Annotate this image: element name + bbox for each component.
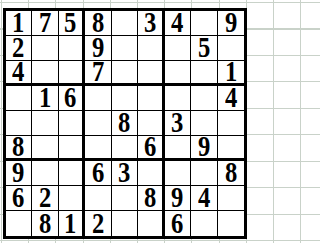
cell-r1c5[interactable] [112, 11, 138, 36]
cell-r7c2[interactable] [32, 161, 58, 186]
cell-digit: 4 [198, 186, 210, 211]
cell-digit: 6 [171, 211, 183, 236]
cell-digit: 8 [92, 11, 104, 36]
cell-digit: 5 [64, 11, 76, 36]
cell-digit: 9 [13, 161, 25, 186]
cell-r3c8[interactable] [191, 61, 217, 86]
cell-digit: 1 [13, 11, 25, 36]
cell-digit: 6 [64, 86, 76, 111]
cell-r6c4[interactable] [85, 136, 111, 161]
cell-r1c4[interactable]: 8 [85, 11, 111, 36]
cell-r2c1[interactable]: 2 [6, 36, 32, 61]
cell-r4c6[interactable] [138, 86, 164, 111]
cell-r6c7[interactable] [165, 136, 191, 161]
cell-r6c2[interactable] [32, 136, 58, 161]
cell-r2c3[interactable] [59, 36, 85, 61]
cell-r9c5[interactable] [112, 211, 138, 236]
cell-r5c9[interactable] [218, 111, 244, 136]
cell-r8c8[interactable]: 4 [191, 186, 217, 211]
cell-r6c1[interactable]: 8 [6, 136, 32, 161]
cell-digit: 2 [92, 211, 104, 236]
cell-r2c2[interactable] [32, 36, 58, 61]
cell-r9c2[interactable]: 8 [32, 211, 58, 236]
cell-r7c8[interactable] [191, 161, 217, 186]
cell-r1c2[interactable]: 7 [32, 11, 58, 36]
cell-r9c1[interactable] [6, 211, 32, 236]
cell-r9c4[interactable]: 2 [85, 211, 111, 236]
cell-r9c6[interactable] [138, 211, 164, 236]
cell-r6c3[interactable] [59, 136, 85, 161]
cell-r3c7[interactable] [165, 61, 191, 86]
cell-r6c8[interactable]: 9 [191, 136, 217, 161]
cell-r4c4[interactable] [85, 86, 111, 111]
cell-r3c4[interactable]: 7 [85, 61, 111, 86]
cell-digit: 9 [92, 36, 104, 61]
cell-r5c7[interactable]: 3 [165, 111, 191, 136]
cell-digit: 3 [144, 11, 156, 36]
sudoku-board: 1758349295471164838699638628948126 [3, 8, 247, 239]
cell-r3c2[interactable] [32, 61, 58, 86]
cell-digit: 3 [118, 161, 130, 186]
cell-r3c1[interactable]: 4 [6, 61, 32, 86]
cell-r7c5[interactable]: 3 [112, 161, 138, 186]
cell-r9c7[interactable]: 6 [165, 211, 191, 236]
cell-digit: 2 [13, 36, 25, 61]
cell-r2c7[interactable] [165, 36, 191, 61]
cell-r5c2[interactable] [32, 111, 58, 136]
cell-digit: 4 [171, 11, 183, 36]
cell-digit: 6 [92, 161, 104, 186]
cell-r3c9[interactable]: 1 [218, 61, 244, 86]
cell-r7c3[interactable] [59, 161, 85, 186]
cell-r6c6[interactable]: 6 [138, 136, 164, 161]
cell-digit: 8 [144, 186, 156, 211]
cell-r4c9[interactable]: 4 [218, 86, 244, 111]
cell-r8c2[interactable]: 2 [32, 186, 58, 211]
cell-r8c3[interactable] [59, 186, 85, 211]
cell-r4c3[interactable]: 6 [59, 86, 85, 111]
cell-digit: 8 [225, 161, 237, 186]
cell-r2c9[interactable] [218, 36, 244, 61]
cell-r7c4[interactable]: 6 [85, 161, 111, 186]
cell-r6c5[interactable] [112, 136, 138, 161]
cell-r2c5[interactable] [112, 36, 138, 61]
cell-r2c4[interactable]: 9 [85, 36, 111, 61]
cell-digit: 8 [118, 111, 130, 136]
cell-r8c6[interactable]: 8 [138, 186, 164, 211]
cell-r9c9[interactable] [218, 211, 244, 236]
cell-digit: 6 [144, 136, 156, 161]
cell-digit: 7 [39, 11, 51, 36]
cell-r1c3[interactable]: 5 [59, 11, 85, 36]
cell-r5c8[interactable] [191, 111, 217, 136]
cell-r7c9[interactable]: 8 [218, 161, 244, 186]
cell-r2c8[interactable]: 5 [191, 36, 217, 61]
cell-r4c5[interactable] [112, 86, 138, 111]
cell-digit: 1 [225, 61, 237, 86]
cell-r3c6[interactable] [138, 61, 164, 86]
cell-digit: 1 [64, 211, 76, 236]
cell-r5c3[interactable] [59, 111, 85, 136]
cell-digit: 4 [13, 61, 25, 86]
cell-digit: 9 [225, 11, 237, 36]
cell-r8c9[interactable] [218, 186, 244, 211]
cell-r4c8[interactable] [191, 86, 217, 111]
cell-digit: 5 [198, 36, 210, 61]
cell-r1c9[interactable]: 9 [218, 11, 244, 36]
cell-digit: 9 [171, 186, 183, 211]
cell-r3c3[interactable] [59, 61, 85, 86]
cell-r9c8[interactable] [191, 211, 217, 236]
cell-r9c3[interactable]: 1 [59, 211, 85, 236]
cell-r1c6[interactable]: 3 [138, 11, 164, 36]
cell-r8c5[interactable] [112, 186, 138, 211]
cell-r7c6[interactable] [138, 161, 164, 186]
cell-r8c4[interactable] [85, 186, 111, 211]
cell-r7c1[interactable]: 9 [6, 161, 32, 186]
cell-r5c6[interactable] [138, 111, 164, 136]
cell-digit: 8 [13, 136, 25, 161]
cell-r1c7[interactable]: 4 [165, 11, 191, 36]
cell-r3c5[interactable] [112, 61, 138, 86]
cell-r6c9[interactable] [218, 136, 244, 161]
cell-r5c1[interactable] [6, 111, 32, 136]
cell-r4c1[interactable] [6, 86, 32, 111]
cell-r2c6[interactable] [138, 36, 164, 61]
cell-r5c5[interactable]: 8 [112, 111, 138, 136]
cell-digit: 7 [92, 61, 104, 86]
cell-digit: 8 [39, 211, 51, 236]
cell-r1c8[interactable] [191, 11, 217, 36]
cell-r4c2[interactable]: 1 [32, 86, 58, 111]
cell-r1c1[interactable]: 1 [6, 11, 32, 36]
cell-digit: 4 [225, 86, 237, 111]
cell-r4c7[interactable] [165, 86, 191, 111]
cell-digit: 2 [39, 186, 51, 211]
cell-r5c4[interactable] [85, 111, 111, 136]
cell-digit: 1 [39, 86, 51, 111]
cell-digit: 3 [171, 111, 183, 136]
cell-digit: 6 [13, 186, 25, 211]
cell-r8c7[interactable]: 9 [165, 186, 191, 211]
cell-r8c1[interactable]: 6 [6, 186, 32, 211]
cell-r7c7[interactable] [165, 161, 191, 186]
cell-digit: 9 [198, 136, 210, 161]
